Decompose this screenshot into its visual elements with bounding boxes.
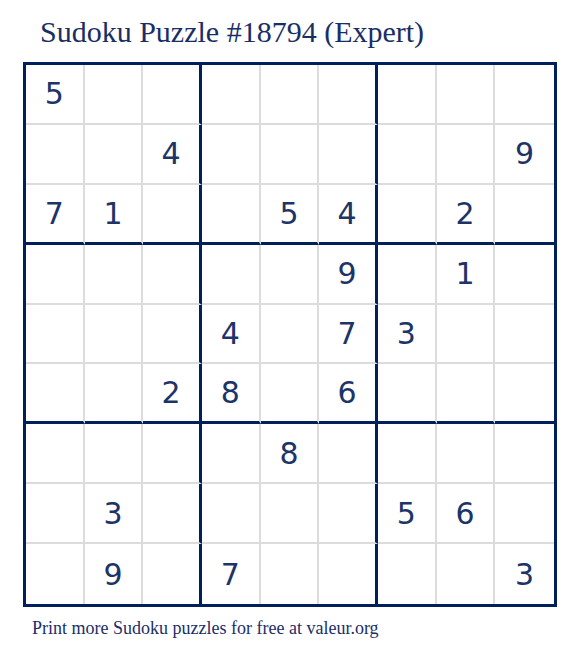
cell-r2c9[interactable]: 9 <box>495 125 554 185</box>
cell-r9c9[interactable]: 3 <box>495 544 554 604</box>
cell-r6c7[interactable] <box>378 364 437 424</box>
cell-r3c5[interactable]: 5 <box>261 185 320 245</box>
cell-r1c5[interactable] <box>261 65 320 125</box>
cell-r4c5[interactable] <box>261 245 320 305</box>
cell-r3c2[interactable]: 1 <box>85 185 144 245</box>
cell-r7c5[interactable]: 8 <box>261 424 320 484</box>
cell-r4c6[interactable]: 9 <box>319 245 378 305</box>
puzzle-title: Sudoku Puzzle #18794 (Expert) <box>40 14 424 50</box>
cell-r4c9[interactable] <box>495 245 554 305</box>
cell-r1c1[interactable]: 5 <box>26 65 85 125</box>
cell-r7c6[interactable] <box>319 424 378 484</box>
cell-r4c4[interactable] <box>202 245 261 305</box>
cell-r1c2[interactable] <box>85 65 144 125</box>
cell-r2c6[interactable] <box>319 125 378 185</box>
cell-r5c2[interactable] <box>85 305 144 365</box>
cell-r7c3[interactable] <box>143 424 202 484</box>
cell-r8c5[interactable] <box>261 484 320 544</box>
cell-r6c2[interactable] <box>85 364 144 424</box>
cell-r4c8[interactable]: 1 <box>437 245 496 305</box>
cell-r1c7[interactable] <box>378 65 437 125</box>
cell-r8c8[interactable]: 6 <box>437 484 496 544</box>
cell-r3c4[interactable] <box>202 185 261 245</box>
cell-r6c8[interactable] <box>437 364 496 424</box>
cell-r3c3[interactable] <box>143 185 202 245</box>
cell-r5c8[interactable] <box>437 305 496 365</box>
cell-r5c5[interactable] <box>261 305 320 365</box>
sudoku-board: 54971542914732868356973 <box>23 62 557 607</box>
cell-r2c4[interactable] <box>202 125 261 185</box>
cell-r3c7[interactable] <box>378 185 437 245</box>
cell-r3c8[interactable]: 2 <box>437 185 496 245</box>
cell-r3c1[interactable]: 7 <box>26 185 85 245</box>
cell-r9c5[interactable] <box>261 544 320 604</box>
cell-r7c8[interactable] <box>437 424 496 484</box>
cell-r8c6[interactable] <box>319 484 378 544</box>
cell-r9c8[interactable] <box>437 544 496 604</box>
cell-r8c1[interactable] <box>26 484 85 544</box>
cell-r8c9[interactable] <box>495 484 554 544</box>
cell-r7c7[interactable] <box>378 424 437 484</box>
cell-r6c9[interactable] <box>495 364 554 424</box>
cell-r2c5[interactable] <box>261 125 320 185</box>
cell-r2c2[interactable] <box>85 125 144 185</box>
cell-r1c3[interactable] <box>143 65 202 125</box>
cell-r6c1[interactable] <box>26 364 85 424</box>
cell-r5c1[interactable] <box>26 305 85 365</box>
cell-r9c4[interactable]: 7 <box>202 544 261 604</box>
cell-r7c2[interactable] <box>85 424 144 484</box>
cell-r5c4[interactable]: 4 <box>202 305 261 365</box>
cell-r4c7[interactable] <box>378 245 437 305</box>
cell-r9c2[interactable]: 9 <box>85 544 144 604</box>
cell-r3c6[interactable]: 4 <box>319 185 378 245</box>
cell-r3c9[interactable] <box>495 185 554 245</box>
cell-r6c5[interactable] <box>261 364 320 424</box>
page: Sudoku Puzzle #18794 (Expert) 5497154291… <box>0 0 580 651</box>
cell-r8c4[interactable] <box>202 484 261 544</box>
cell-r4c1[interactable] <box>26 245 85 305</box>
cell-r7c9[interactable] <box>495 424 554 484</box>
cell-r5c9[interactable] <box>495 305 554 365</box>
cell-r7c4[interactable] <box>202 424 261 484</box>
cell-r9c7[interactable] <box>378 544 437 604</box>
cell-r2c8[interactable] <box>437 125 496 185</box>
cell-r1c8[interactable] <box>437 65 496 125</box>
cell-r2c1[interactable] <box>26 125 85 185</box>
cell-r5c3[interactable] <box>143 305 202 365</box>
cell-r4c2[interactable] <box>85 245 144 305</box>
cell-r9c6[interactable] <box>319 544 378 604</box>
cell-r8c3[interactable] <box>143 484 202 544</box>
footer-text: Print more Sudoku puzzles for free at va… <box>32 617 379 639</box>
cell-r9c3[interactable] <box>143 544 202 604</box>
cell-r2c7[interactable] <box>378 125 437 185</box>
cell-r9c1[interactable] <box>26 544 85 604</box>
cell-r6c4[interactable]: 8 <box>202 364 261 424</box>
cell-r8c2[interactable]: 3 <box>85 484 144 544</box>
cell-r4c3[interactable] <box>143 245 202 305</box>
cell-r7c1[interactable] <box>26 424 85 484</box>
cell-r2c3[interactable]: 4 <box>143 125 202 185</box>
cell-r5c6[interactable]: 7 <box>319 305 378 365</box>
cell-r1c6[interactable] <box>319 65 378 125</box>
cell-r6c3[interactable]: 2 <box>143 364 202 424</box>
cell-r8c7[interactable]: 5 <box>378 484 437 544</box>
cell-r6c6[interactable]: 6 <box>319 364 378 424</box>
cell-r1c4[interactable] <box>202 65 261 125</box>
cell-r5c7[interactable]: 3 <box>378 305 437 365</box>
cell-r1c9[interactable] <box>495 65 554 125</box>
